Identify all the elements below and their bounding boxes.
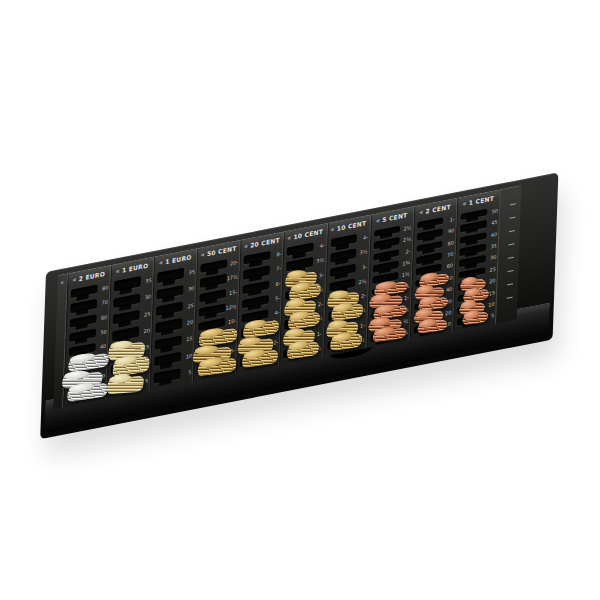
scale-mark: 35: [189, 269, 195, 275]
scale-mark: 10: [488, 302, 494, 308]
notch-hole: [242, 295, 269, 309]
notch-hole: [154, 352, 181, 367]
notch-hole: [157, 285, 184, 300]
scale-mark: 17½: [227, 275, 238, 282]
scale-mark: 50: [100, 329, 106, 335]
left-arrow-icon: «: [244, 242, 249, 251]
endcap-tick: [507, 297, 513, 299]
scale-mark: 2-: [273, 339, 278, 345]
notch-hole: [71, 285, 98, 299]
coin-stack-silver: [67, 383, 108, 403]
notch-hole: [331, 234, 358, 248]
scale-mark: 20-: [230, 260, 238, 267]
scale-mark: 20: [489, 278, 495, 284]
left-arrow-icon: «: [200, 250, 205, 259]
channel-cells: 5045403530252015105: [453, 204, 499, 332]
channel-cells: 4-3½3-2½2-1½1-½: [280, 237, 326, 365]
scale-mark: 30: [188, 286, 194, 292]
channel-cells: 3530252015105: [150, 262, 196, 390]
scale-mark: 70: [447, 252, 453, 258]
scale-mark: 20: [445, 310, 451, 316]
left-arrow-icon: «: [376, 216, 381, 225]
channel-cells: 8-7-6-5-4-3-2-1-: [236, 246, 282, 374]
channel-10-cent-5: «10 CENT4-3½3-2½2-1½1-½: [279, 224, 327, 366]
notch-hole: [200, 289, 227, 303]
scale-mark: 45: [491, 220, 497, 226]
notch-hole: [112, 327, 139, 342]
scale-mark: 8-: [276, 252, 281, 258]
scale-mark: 5: [491, 313, 494, 319]
scale-mark: 4-: [320, 243, 325, 249]
scale-mark: 1-: [360, 322, 365, 328]
notch-hole: [287, 257, 314, 271]
scale-mark: 35: [145, 278, 151, 284]
coin-stack-gold-silver: [106, 376, 144, 395]
scale-mark: 2-: [361, 293, 366, 299]
endcap-tick: [509, 230, 515, 232]
endcap-tick: [510, 203, 516, 205]
channel-1-cent-9: «1 CENT5045403530252015105: [452, 190, 500, 332]
scale-mark: 5: [145, 378, 148, 384]
notch-hole: [157, 268, 184, 283]
left-arrow-icon: «: [72, 275, 77, 284]
notch-hole: [113, 310, 140, 325]
notch-hole: [244, 251, 271, 265]
channel-2-cent-8: «2 CENT1-908070605040302010: [408, 199, 456, 341]
scale-mark: 80: [102, 285, 108, 291]
notch-hole: [243, 280, 270, 294]
channel-1-euro-1: «1 EURO3530252015105: [105, 257, 153, 399]
scale-mark: 1¾: [402, 260, 410, 267]
channel-1-euro-2: «1 EURO3530252015105: [149, 249, 197, 391]
notch-hole: [330, 249, 357, 263]
scale-mark: 30: [490, 255, 496, 261]
scale-mark: 1-: [317, 331, 322, 337]
scale-mark: 25: [187, 303, 193, 309]
notch-hole: [156, 318, 183, 333]
scale-mark: 15: [186, 336, 192, 342]
endcap-tick: [508, 270, 514, 272]
scale-mark: 2½: [403, 225, 411, 232]
notch-hole: [69, 329, 96, 343]
coin-stack-gold: [197, 358, 236, 377]
notch-hole: [114, 277, 141, 292]
scale-mark: 2¼: [403, 237, 411, 244]
scale-mark: 50: [492, 208, 498, 214]
scale-mark: 80: [447, 240, 453, 246]
scale-mark: ½: [403, 318, 408, 324]
scale-mark: 35: [490, 243, 496, 249]
scale-mark: 15-: [229, 289, 237, 296]
notch-hole: [330, 264, 357, 278]
scale-mark: 40: [100, 344, 106, 350]
notch-hole: [200, 274, 227, 288]
channel-cells: 8070605040302010: [63, 279, 109, 407]
endcap-tick: [507, 283, 513, 285]
left-arrow-icon: «: [419, 207, 424, 216]
scale-mark: 25: [144, 311, 150, 317]
coin-stack-copper: [373, 328, 407, 344]
coin-stack-gold: [242, 349, 278, 368]
scale-mark: 40: [446, 287, 452, 293]
scale-mark: 3-: [319, 272, 324, 278]
scale-mark: 7-: [276, 266, 281, 272]
channel-10-cent-6: «10 CENT4-3½3-2½2-1½1-½: [322, 215, 370, 357]
channel-cells: 3530252015105: [106, 271, 152, 399]
scale-mark: 15: [489, 290, 495, 296]
scale-mark: 30: [145, 295, 151, 301]
scale-mark: 10: [186, 353, 192, 359]
left-arrow-icon: «: [60, 275, 64, 289]
endcap-tick: [509, 217, 515, 219]
scale-mark: 3-: [362, 264, 367, 270]
product-photo-scene: « «2 EURO8070605040302010«1 EURO35302520…: [0, 0, 600, 600]
scale-mark: 4-: [363, 235, 368, 241]
left-arrow-icon: «: [287, 233, 292, 242]
coin-stack-copper: [463, 311, 489, 325]
notch-hole: [154, 368, 181, 383]
coin-stack-gold: [287, 341, 319, 359]
scale-mark: 6-: [275, 281, 280, 287]
channel-20-cent-4: «20 CENT8-7-6-5-4-3-2-1-: [235, 232, 283, 374]
scale-mark: 40: [491, 231, 497, 237]
notch-hole: [201, 260, 228, 274]
scale-mark: 2½: [359, 279, 367, 286]
notch-hole: [156, 302, 183, 317]
notch-hole: [287, 243, 314, 257]
scale-mark: 5-: [275, 295, 280, 301]
endcap-tick: [508, 257, 514, 259]
left-arrow-icon: «: [330, 225, 335, 234]
channel-2-euro-0: «2 EURO8070605040302010: [63, 266, 110, 408]
scale-mark: 4-: [274, 310, 279, 316]
notch-hole: [70, 314, 97, 328]
scale-mark: 2-: [406, 248, 411, 254]
scale-mark: 1-: [404, 295, 409, 301]
scale-mark: 60: [101, 314, 107, 320]
notch-hole: [199, 303, 226, 317]
channel-cells: 2½2¼2-1¾1½1¼1-¾½¼: [366, 220, 412, 348]
left-arrow-icon: «: [115, 266, 120, 275]
scale-mark: 1½: [402, 272, 410, 279]
coin-stack-copper: [418, 320, 448, 335]
scale-mark: 3½: [316, 258, 324, 265]
notch-hole: [70, 299, 97, 313]
scale-mark: 20: [143, 328, 149, 334]
notch-hole: [243, 266, 270, 280]
scale-mark: 2-: [318, 302, 323, 308]
scale-mark: 60: [447, 263, 453, 269]
endcap-tick: [508, 243, 514, 245]
scale-mark: 12½: [226, 304, 237, 311]
scale-mark: 25: [490, 267, 496, 273]
channel-50-cent-3: «50 CENT20-17½15-12½10-7½5-2½: [192, 241, 240, 383]
scale-mark: 70: [101, 300, 107, 306]
left-arrow-icon: «: [462, 199, 467, 208]
notch-hole: [113, 293, 140, 308]
channel-cells: 4-3½3-2½2-1½1-½: [323, 229, 369, 357]
channel-cells: 1-908070605040302010: [409, 212, 455, 340]
notch-hole: [155, 335, 182, 350]
scale-mark: 10-: [228, 318, 236, 325]
coin-stack-gold: [330, 333, 362, 351]
scale-mark: 5: [188, 370, 191, 376]
channel-5-cent-7: «5 CENT2½2¼2-1¾1½1¼1-¾½¼: [365, 207, 413, 349]
scale-mark: 1-: [450, 216, 455, 222]
channel-cells: 20-17½15-12½10-7½5-2½: [193, 254, 239, 382]
scale-mark: 90: [448, 228, 454, 234]
scale-mark: 20: [187, 320, 193, 326]
left-arrow-icon: «: [159, 258, 164, 267]
scale-mark: 3½: [360, 249, 368, 256]
